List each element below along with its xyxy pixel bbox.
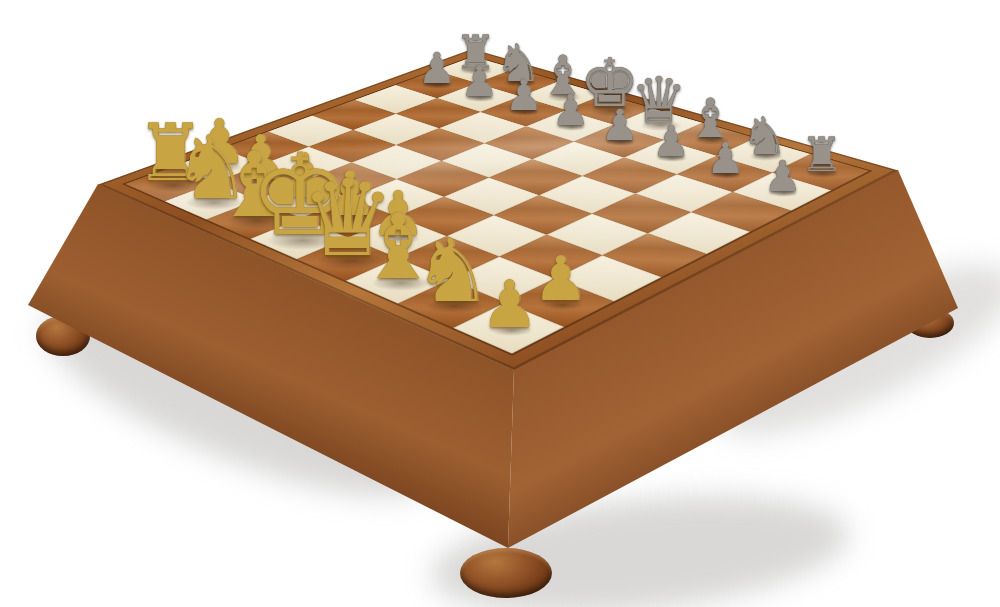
piece-black-pawn-e7[interactable]: ♟ (598, 104, 641, 147)
case-bun-foot-center (460, 548, 552, 598)
piece-black-pawn-f7[interactable]: ♟ (650, 120, 693, 163)
piece-black-pawn-g7[interactable]: ♟ (704, 137, 747, 180)
piece-white-pawn-h1[interactable]: ♟ (477, 272, 542, 337)
piece-black-pawn-c7[interactable]: ♟ (502, 74, 545, 117)
piece-black-pawn-b7[interactable]: ♟ (458, 60, 501, 103)
chess-set-photo: ♜♞♟♝♟♚♟♛♟♝♟♞♟♟♜♟♟♜♟♟♞♟♝♟♚♛♝♟♞♟ (0, 0, 1000, 607)
piece-black-rook-h8[interactable]: ♜ (798, 131, 845, 178)
piece-black-pawn-d7[interactable]: ♟ (549, 89, 592, 132)
piece-black-pawn-a7[interactable]: ♟ (415, 47, 458, 90)
piece-black-pawn-h7[interactable]: ♟ (761, 155, 804, 198)
